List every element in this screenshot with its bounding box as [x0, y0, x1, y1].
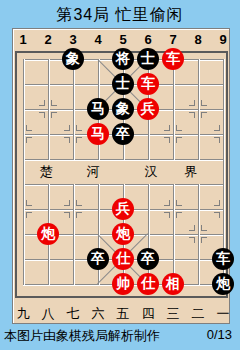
point-marker	[76, 200, 82, 206]
file-label: 九	[11, 305, 35, 323]
point-marker	[201, 112, 207, 118]
grid-line-vertical	[48, 59, 49, 160]
file-label: 六	[86, 305, 110, 323]
piece-red-chariot[interactable]: 车	[137, 73, 159, 95]
grid-line-vertical	[173, 59, 174, 160]
point-marker	[214, 137, 220, 143]
point-marker	[189, 225, 195, 231]
point-marker	[164, 137, 170, 143]
footer-bar: 本图片由象棋残局解析制作 0/13	[4, 327, 232, 345]
board-panel: 123456789 楚河汉界象将士车士车马象兵马卒兵炮炮卒仕卒车帅仕相炮 九八七…	[12, 28, 230, 324]
credit-text: 本图片由象棋残局解析制作	[4, 327, 160, 345]
point-marker	[176, 212, 182, 218]
piece-red-elephant[interactable]: 相	[162, 273, 184, 295]
point-marker	[176, 125, 182, 131]
grid-line-vertical	[198, 59, 199, 160]
piece-red-advisor[interactable]: 仕	[137, 273, 159, 295]
grid-line-vertical	[73, 59, 74, 160]
point-marker	[64, 212, 70, 218]
point-marker	[39, 100, 45, 106]
point-marker	[201, 225, 207, 231]
piece-black-advisor[interactable]: 士	[112, 73, 134, 95]
file-label: 一	[211, 305, 235, 323]
file-label: 七	[61, 305, 85, 323]
point-marker	[51, 100, 57, 106]
file-label: 五	[111, 305, 135, 323]
piece-red-cannon[interactable]: 炮	[37, 223, 59, 245]
xiangqi-board[interactable]: 楚河汉界象将士车士车马象兵马卒兵炮炮卒仕卒车帅仕相炮	[13, 29, 229, 323]
point-marker	[64, 125, 70, 131]
file-label: 八	[36, 305, 60, 323]
point-marker	[26, 137, 32, 143]
piece-black-advisor[interactable]: 士	[137, 48, 159, 70]
point-marker	[39, 112, 45, 118]
point-marker	[64, 137, 70, 143]
point-marker	[164, 125, 170, 131]
point-marker	[176, 200, 182, 206]
piece-black-cannon[interactable]: 炮	[212, 273, 234, 295]
river-label: 楚	[38, 164, 54, 180]
piece-black-horse[interactable]: 马	[87, 98, 109, 120]
file-label: 三	[161, 305, 185, 323]
point-marker	[189, 100, 195, 106]
point-marker	[164, 212, 170, 218]
grid-line-vertical	[23, 59, 24, 285]
point-marker	[76, 137, 82, 143]
puzzle-title: 第34局 忙里偷闲	[0, 5, 240, 26]
point-marker	[64, 200, 70, 206]
piece-red-horse[interactable]: 马	[87, 123, 109, 145]
point-marker	[189, 112, 195, 118]
point-marker	[26, 200, 32, 206]
move-counter: 0/13	[207, 327, 232, 345]
river-label: 汉	[143, 164, 159, 180]
piece-red-pawn[interactable]: 兵	[137, 98, 159, 120]
piece-red-cannon[interactable]: 炮	[112, 223, 134, 245]
point-marker	[176, 137, 182, 143]
piece-black-pawn[interactable]: 卒	[87, 248, 109, 270]
point-marker	[214, 125, 220, 131]
river-label: 河	[85, 164, 101, 180]
piece-black-pawn[interactable]: 卒	[112, 123, 134, 145]
grid-line-vertical	[73, 184, 74, 285]
piece-black-pawn[interactable]: 卒	[137, 248, 159, 270]
point-marker	[76, 125, 82, 131]
grid-line-vertical	[198, 184, 199, 285]
piece-black-elephant[interactable]: 象	[62, 48, 84, 70]
point-marker	[189, 237, 195, 243]
point-marker	[201, 237, 207, 243]
piece-black-chariot[interactable]: 车	[212, 248, 234, 270]
piece-red-pawn[interactable]: 兵	[112, 198, 134, 220]
piece-black-elephant[interactable]: 象	[112, 98, 134, 120]
piece-red-advisor[interactable]: 仕	[112, 248, 134, 270]
xiangqi-puzzle-app: 第34局 忙里偷闲 123456789 楚河汉界象将士车士车马象兵马卒兵炮炮卒仕…	[0, 0, 240, 350]
piece-red-general[interactable]: 帅	[112, 273, 134, 295]
point-marker	[201, 100, 207, 106]
piece-black-general[interactable]: 将	[112, 48, 134, 70]
point-marker	[214, 200, 220, 206]
point-marker	[214, 212, 220, 218]
point-marker	[26, 125, 32, 131]
point-marker	[26, 212, 32, 218]
file-label: 四	[136, 305, 160, 323]
point-marker	[76, 212, 82, 218]
file-labels-bottom: 九八七六五四三二一	[13, 305, 229, 321]
piece-red-chariot[interactable]: 车	[162, 48, 184, 70]
river-label: 界	[183, 164, 199, 180]
point-marker	[51, 112, 57, 118]
grid-line-vertical	[173, 184, 174, 285]
point-marker	[164, 200, 170, 206]
file-label: 二	[186, 305, 210, 323]
